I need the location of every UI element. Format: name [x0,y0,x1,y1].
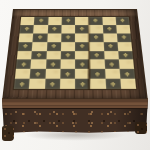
square-c4 [46,51,61,60]
square-d1 [60,79,75,89]
square-d5 [61,42,75,51]
square-e1: ❖ [75,79,90,89]
quatrefoil-motif-icon: ❖ [93,35,99,41]
square-c2 [45,69,60,79]
square-b5 [32,42,47,51]
square-b1 [29,79,45,89]
square-c5: ❖ [46,42,61,51]
quatrefoil-motif-icon: ❖ [121,35,127,41]
right-foot [135,122,147,134]
square-e8 [75,17,89,25]
square-a1: ❖ [14,79,30,89]
square-h2: ❖ [119,69,135,79]
left-foot [2,126,14,141]
square-h8: ❖ [115,17,129,25]
square-b3 [31,60,46,69]
photo-background: ❖❖❖❖❖❖❖❖❖❖❖❖❖❖❖❖❖❖❖❖❖❖❖❖❖❖❖❖❖❖❖❖ [0,0,150,150]
quatrefoil-motif-icon: ❖ [94,52,100,58]
quatrefoil-motif-icon: ❖ [92,18,98,23]
quatrefoil-motif-icon: ❖ [94,71,100,78]
square-g2 [105,69,121,79]
square-a8 [20,17,34,25]
square-a4 [17,51,32,60]
square-f8: ❖ [88,17,102,25]
square-e3: ❖ [75,60,90,69]
square-d7 [61,25,75,33]
quatrefoil-motif-icon: ❖ [79,61,85,67]
square-d4: ❖ [60,51,75,60]
square-f5 [89,42,104,51]
quatrefoil-motif-icon: ❖ [124,71,131,78]
quatrefoil-motif-icon: ❖ [49,80,55,87]
quatrefoil-motif-icon: ❖ [79,26,85,32]
square-g8 [102,17,116,25]
square-e4 [75,51,90,60]
square-a5: ❖ [18,42,33,51]
square-e2 [75,69,90,79]
square-h5 [117,42,132,51]
square-c3: ❖ [45,60,60,69]
square-g7: ❖ [102,25,116,33]
quatrefoil-motif-icon: ❖ [51,43,57,49]
quatrefoil-motif-icon: ❖ [37,35,43,41]
quatrefoil-motif-icon: ❖ [110,80,117,87]
square-h1 [120,79,136,89]
quatrefoil-motif-icon: ❖ [79,43,85,49]
quatrefoil-motif-icon: ❖ [34,71,40,78]
square-c6 [47,33,61,42]
square-f2: ❖ [90,69,105,79]
square-a6 [19,33,34,42]
square-a2 [15,69,31,79]
wooden-frame-lid: ❖❖❖❖❖❖❖❖❖❖❖❖❖❖❖❖❖❖❖❖❖❖❖❖❖❖❖❖❖❖❖❖ [2,9,148,100]
square-g1: ❖ [105,79,121,89]
quatrefoil-motif-icon: ❖ [51,26,57,32]
square-h6: ❖ [117,33,132,42]
square-b2: ❖ [30,69,46,79]
quatrefoil-motif-icon: ❖ [79,80,85,87]
quatrefoil-motif-icon: ❖ [19,80,26,87]
square-d6: ❖ [61,33,75,42]
quatrefoil-motif-icon: ❖ [24,26,30,32]
quatrefoil-motif-icon: ❖ [50,61,56,67]
quatrefoil-motif-icon: ❖ [65,18,71,23]
square-d3 [60,60,75,69]
square-e6 [75,33,89,42]
quatrefoil-motif-icon: ❖ [22,43,28,49]
lid-front-rim [2,99,148,109]
quatrefoil-motif-icon: ❖ [107,43,113,49]
square-d8: ❖ [61,17,75,25]
square-f1 [90,79,106,89]
quatrefoil-motif-icon: ❖ [122,52,128,58]
square-f6: ❖ [89,33,103,42]
square-b8: ❖ [34,17,48,25]
quatrefoil-motif-icon: ❖ [106,26,112,32]
square-d2: ❖ [60,69,75,79]
quatrefoil-motif-icon: ❖ [65,52,71,58]
quatrefoil-motif-icon: ❖ [108,61,114,67]
quatrefoil-motif-icon: ❖ [20,61,27,67]
square-c1: ❖ [44,79,60,89]
square-g5: ❖ [103,42,118,51]
quatrefoil-motif-icon: ❖ [36,52,42,58]
quatrefoil-motif-icon: ❖ [65,35,71,41]
board-grid: ❖❖❖❖❖❖❖❖❖❖❖❖❖❖❖❖❖❖❖❖❖❖❖❖❖❖❖❖❖❖❖❖ [13,16,138,90]
square-c8 [48,17,62,25]
quatrefoil-motif-icon: ❖ [38,18,44,23]
square-c7: ❖ [47,25,61,33]
quatrefoil-motif-icon: ❖ [119,18,125,23]
square-f7 [89,25,103,33]
square-g6 [103,33,118,42]
square-e5: ❖ [75,42,89,51]
square-b6: ❖ [33,33,48,42]
square-a7: ❖ [20,25,35,33]
square-h7 [116,25,131,33]
square-f4: ❖ [89,51,104,60]
square-b4: ❖ [31,51,46,60]
square-f3 [90,60,105,69]
quatrefoil-motif-icon: ❖ [64,71,70,78]
square-b7 [33,25,47,33]
square-h4: ❖ [118,51,133,60]
square-g4 [104,51,119,60]
square-h3 [119,60,135,69]
square-g3: ❖ [104,60,119,69]
square-e7: ❖ [75,25,89,33]
carved-front-panel [2,98,148,133]
square-a3: ❖ [16,60,32,69]
